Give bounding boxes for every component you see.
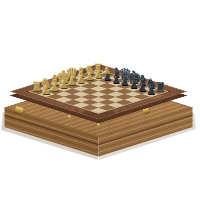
chess-piece-black-pawn[interactable]: ♟ — [139, 85, 163, 96]
chess-piece-brass-pawn[interactable]: ♟ — [34, 85, 58, 96]
pieces-layer: ♜♞♝♛♚♝♞♜♟♟♟♟♟♟♟♟♝♛♚♝♞♜♟♟♟♟♟♟ — [0, 0, 200, 200]
chess-set-product-photo: ♜♞♝♛♚♝♞♜♟♟♟♟♟♟♟♟♝♛♚♝♞♜♟♟♟♟♟♟ — [0, 0, 200, 200]
